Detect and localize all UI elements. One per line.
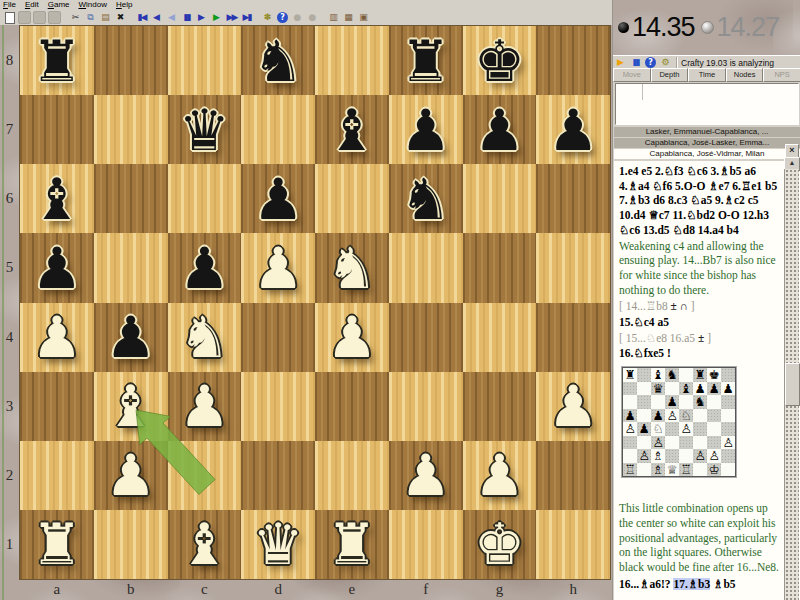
file-label-g: g — [463, 581, 537, 598]
current-move[interactable]: 17.♗b3 — [673, 578, 710, 590]
square-b4: ♟ — [637, 422, 651, 436]
notation-line-3[interactable]: 15.♘c4 a5 — [619, 315, 782, 330]
stop-icon[interactable]: ● — [305, 11, 320, 24]
file-label-f: f — [389, 581, 463, 598]
square-b7[interactable] — [94, 95, 168, 164]
white-pawn-g2: ♙ — [708, 449, 719, 463]
notation-line-8[interactable]: 16...♗a6!? 17.♗b3 ♗b5 — [619, 577, 782, 592]
square-c2[interactable] — [168, 441, 242, 510]
black-bishop-e7[interactable]: ♝ — [326, 97, 377, 163]
black-rook-a8: ♜ — [624, 368, 635, 382]
square-h5 — [721, 409, 735, 423]
file-label-h: h — [536, 581, 610, 598]
hint-icon[interactable]: ● — [290, 11, 305, 24]
square-a1[interactable]: ♜ — [20, 510, 94, 579]
square-e3 — [679, 436, 693, 450]
square-e6[interactable] — [315, 164, 389, 233]
square-f6[interactable]: ♞ — [389, 164, 463, 233]
notation-line-2[interactable]: [ 14...♖b8 ± ∩ ] — [619, 299, 782, 314]
square-e1: ♖ — [679, 463, 693, 477]
help-icon[interactable]: ? — [275, 11, 290, 24]
notation-line-7[interactable]: This little combination opens up the cen… — [619, 501, 782, 575]
black-rook-a8[interactable]: ♜ — [31, 28, 82, 94]
square-d1[interactable]: ♛ — [241, 510, 315, 579]
book-window-icon[interactable]: ▥ — [326, 11, 341, 24]
square-a8: ♜ — [623, 368, 637, 382]
square-e8[interactable] — [315, 26, 389, 95]
file-label-d: d — [241, 581, 315, 598]
engine-column-nps[interactable]: NPS — [763, 68, 800, 82]
white-pawn-f2: ♙ — [694, 449, 705, 463]
black-pawn-f7: ♟ — [694, 382, 705, 396]
black-pawn-g7: ♟ — [708, 382, 719, 396]
square-a6 — [623, 395, 637, 409]
black-rook-f8: ♜ — [694, 368, 705, 382]
rank-label-5: 5 — [0, 233, 19, 302]
square-f6: ♞ — [693, 395, 707, 409]
square-g5[interactable] — [463, 233, 537, 302]
white-pawn-d5: ♙ — [666, 409, 677, 423]
black-pawn-f7[interactable]: ♟ — [400, 97, 451, 163]
open-icon[interactable] — [17, 11, 32, 24]
square-a6[interactable]: ♝ — [20, 164, 94, 233]
file-labels: abcdefgh — [20, 581, 610, 600]
close-icon[interactable]: × — [785, 144, 799, 158]
white-pawn-h3[interactable]: ♟ — [548, 373, 599, 439]
square-g8: ♚ — [707, 368, 721, 382]
square-b2: ♙ — [637, 449, 651, 463]
white-bishop-c1: ♗ — [652, 463, 663, 477]
white-clock-time: 14.27 — [717, 12, 780, 43]
white-rook-a1[interactable]: ♜ — [31, 511, 82, 577]
square-h7: ♟ — [721, 382, 735, 396]
square-c7[interactable]: ♛ — [168, 95, 242, 164]
notation-panel[interactable]: 1.e4 e5 2.♘f3 ♘c6 3.♗b5 a6 4.♗a4 ♘f6 5.O… — [614, 161, 800, 600]
engine-column-move[interactable]: Move — [613, 68, 651, 82]
white-king-g1[interactable]: ♚ — [474, 511, 525, 577]
game-list-item-0[interactable]: Lasker, Emmanuel-Capablanca, ... — [614, 127, 800, 137]
square-a2 — [623, 449, 637, 463]
square-c4[interactable]: ♞ — [168, 303, 242, 372]
white-pawn-c3[interactable]: ♟ — [179, 373, 230, 439]
white-king-g1: ♔ — [708, 463, 719, 477]
separator — [676, 57, 678, 68]
white-knight-c4[interactable]: ♞ — [179, 304, 230, 370]
black-pawn-h7[interactable]: ♟ — [548, 97, 599, 163]
square-c5: ♟ — [651, 409, 665, 423]
square-e3[interactable] — [315, 372, 389, 441]
square-g4 — [707, 422, 721, 436]
white-bishop-c2: ♗ — [652, 449, 663, 463]
square-g6 — [707, 395, 721, 409]
new-document-icon[interactable] — [2, 11, 17, 24]
square-h6 — [721, 395, 735, 409]
square-e2 — [679, 449, 693, 463]
game-list-item-2[interactable]: Capablanca, José-Vidmar, Milan — [614, 149, 800, 159]
white-bishop-c1[interactable]: ♝ — [179, 511, 230, 577]
square-f2[interactable]: ♟ — [389, 441, 463, 510]
black-clock-icon — [618, 22, 629, 33]
square-g8[interactable]: ♚ — [463, 26, 537, 95]
square-c1[interactable]: ♝ — [168, 510, 242, 579]
square-c8: ♝ — [651, 368, 665, 382]
black-bishop-e7: ♝ — [680, 382, 691, 396]
white-pawn-b2: ♙ — [638, 449, 649, 463]
rank-label-1: 1 — [0, 510, 19, 579]
square-a8[interactable]: ♜ — [20, 26, 94, 95]
square-f8: ♜ — [693, 368, 707, 382]
white-pawn-c3: ♙ — [652, 436, 663, 450]
square-d6: ♟ — [665, 395, 679, 409]
square-d4[interactable] — [241, 303, 315, 372]
black-knight-d8[interactable]: ♞ — [253, 28, 304, 94]
square-b2[interactable]: ♟ — [94, 441, 168, 510]
copy-icon[interactable]: ⧉ — [83, 11, 98, 24]
square-a5[interactable]: ♟ — [20, 233, 94, 302]
square-d5[interactable]: ♟ — [241, 233, 315, 302]
black-pawn-c5[interactable]: ♟ — [179, 235, 230, 301]
game-list-item-1[interactable]: Capablanca, José-Lasker, Emma... — [614, 138, 800, 148]
square-g1: ♔ — [707, 463, 721, 477]
annotation-diagram: ♜♝♞♜♚♛♝♟♟♟♟♞♟♟♙♘♙♟♘♙♙♙♙♗♙♙♖♗♕♖♔ — [622, 367, 736, 477]
rank-labels: 87654321 — [0, 26, 19, 579]
white-bishop-b3[interactable]: ♝ — [105, 373, 156, 439]
square-f7[interactable]: ♟ — [389, 95, 463, 164]
black-pawn-g7[interactable]: ♟ — [474, 97, 525, 163]
white-pawn-h3: ♙ — [722, 436, 733, 450]
black-pawn-d6: ♟ — [666, 395, 677, 409]
square-d2 — [665, 449, 679, 463]
blob-glyph — [48, 11, 61, 24]
notation-scrollbar[interactable] — [784, 169, 799, 600]
white-rook-e1: ♖ — [680, 463, 691, 477]
fast-forward-icon[interactable]: ▶▶ — [224, 11, 239, 24]
clock-display: 14.35 14.27 — [613, 0, 800, 55]
square-e8 — [679, 368, 693, 382]
notation-line-0[interactable]: 1.e4 e5 2.♘f3 ♘c6 3.♗b5 a6 4.♗a4 ♘f6 5.O… — [619, 164, 782, 238]
white-queen-d1[interactable]: ♛ — [253, 511, 304, 577]
engine-columns: MoveDepthTimeNodesNPS — [613, 68, 800, 82]
menu-edit[interactable]: Edit — [25, 0, 39, 10]
file-label-b: b — [94, 581, 168, 598]
square-b1 — [637, 463, 651, 477]
square-b6 — [637, 395, 651, 409]
black-pawn-a5[interactable]: ♟ — [31, 235, 82, 301]
delete-icon[interactable]: ✖ — [113, 11, 128, 24]
square-f8[interactable]: ♜ — [389, 26, 463, 95]
black-king-g8: ♚ — [708, 368, 719, 382]
square-c6[interactable] — [168, 164, 242, 233]
cut-icon[interactable]: ✂ — [68, 11, 83, 24]
square-h4[interactable] — [536, 303, 610, 372]
square-f5 — [693, 409, 707, 423]
square-c3[interactable]: ♟ — [168, 372, 242, 441]
square-e5[interactable]: ♞ — [315, 233, 389, 302]
square-b8 — [637, 368, 651, 382]
black-queen-c7: ♛ — [652, 382, 663, 396]
engine-column-nodes[interactable]: Nodes — [726, 68, 764, 82]
square-e6 — [679, 395, 693, 409]
paste-icon[interactable]: ▤ — [98, 11, 113, 24]
white-pawn-g2[interactable]: ♟ — [474, 442, 525, 508]
white-pawn-a4[interactable]: ♟ — [31, 304, 82, 370]
square-c6 — [651, 395, 665, 409]
square-c5[interactable]: ♟ — [168, 233, 242, 302]
black-rook-f8[interactable]: ♜ — [400, 28, 451, 94]
black-pawn-c5: ♟ — [652, 409, 663, 423]
square-e4[interactable]: ♟ — [315, 303, 389, 372]
square-f3 — [693, 436, 707, 450]
engine-icon[interactable]: ✽ — [260, 11, 275, 24]
white-rook-a1: ♖ — [624, 463, 635, 477]
main-toolbar: ✂⧉▤✖▮◀◀◀▮▮▶▶▶▶▶▮✽?●●▥▦▣ — [0, 10, 614, 26]
square-c8[interactable] — [168, 26, 242, 95]
game-list: Lasker, Emmanuel-Capablanca, ...Capablan… — [614, 127, 800, 161]
menu-help[interactable]: Help — [116, 0, 132, 10]
square-a2[interactable] — [20, 441, 94, 510]
chess-board[interactable]: ♜♞♜♚♛♝♟♟♟♝♟♞♟♟♟♞♟♟♞♟♝♟♟♟♟♟♜♝♛♜♚ — [20, 26, 610, 579]
square-e7: ♝ — [679, 382, 693, 396]
square-h2 — [721, 449, 735, 463]
square-b3[interactable]: ♝ — [94, 372, 168, 441]
square-g6[interactable] — [463, 164, 537, 233]
black-knight-d8: ♞ — [666, 368, 677, 382]
square-g3 — [707, 436, 721, 450]
square-c3: ♙ — [651, 436, 665, 450]
rank-label-4: 4 — [0, 303, 19, 372]
blob-glyph — [18, 11, 31, 24]
white-queen-d1: ♕ — [666, 463, 677, 477]
square-h4 — [721, 422, 735, 436]
square-h1[interactable] — [536, 510, 610, 579]
square-a3 — [623, 436, 637, 450]
square-b4[interactable]: ♟ — [94, 303, 168, 372]
square-c1: ♗ — [651, 463, 665, 477]
rank-label-3: 3 — [0, 372, 19, 441]
white-pawn-f2[interactable]: ♟ — [400, 442, 451, 508]
notation-line-5[interactable]: 16.♘fxe5 ! — [619, 346, 782, 361]
square-f1[interactable] — [389, 510, 463, 579]
square-d4 — [665, 422, 679, 436]
square-c4: ♘ — [651, 422, 665, 436]
square-a3[interactable] — [20, 372, 94, 441]
last-move-icon[interactable]: ▶▮ — [239, 11, 254, 24]
square-h8 — [721, 368, 735, 382]
white-pawn-a4: ♙ — [624, 422, 635, 436]
square-b7 — [637, 382, 651, 396]
black-knight-f6: ♞ — [694, 395, 705, 409]
white-pawn-d5[interactable]: ♟ — [253, 235, 304, 301]
next-move-icon[interactable]: ▶ — [194, 11, 209, 24]
square-f4[interactable] — [389, 303, 463, 372]
square-h3[interactable]: ♟ — [536, 372, 610, 441]
square-f1 — [693, 463, 707, 477]
square-e4: ♙ — [679, 422, 693, 436]
engine-status: Crafty 19.03 is analyzing — [681, 58, 774, 68]
white-pawn-b2[interactable]: ♟ — [105, 442, 156, 508]
first-move-icon[interactable]: ▮◀ — [134, 11, 149, 24]
column-divider — [642, 84, 643, 100]
square-d2[interactable] — [241, 441, 315, 510]
black-pawn-a5: ♟ — [624, 409, 635, 423]
white-knight-e5: ♘ — [680, 409, 691, 423]
board-area: 87654321 ♜♞♜♚♛♝♟♟♟♝♟♞♟♟♟♞♟♟♞♟♝♟♟♟♟♟♜♝♛♜♚… — [0, 25, 612, 600]
white-pawn-e4: ♙ — [680, 422, 691, 436]
square-h5[interactable] — [536, 233, 610, 302]
square-h1 — [721, 463, 735, 477]
square-g3[interactable] — [463, 372, 537, 441]
properties-window-icon[interactable]: ▣ — [356, 11, 371, 24]
square-f3[interactable] — [389, 372, 463, 441]
menu-game[interactable]: Game — [48, 0, 70, 10]
square-f7: ♟ — [693, 382, 707, 396]
menu-window[interactable]: Window — [79, 0, 107, 10]
rank-label-7: 7 — [0, 95, 19, 164]
white-rook-e1[interactable]: ♜ — [326, 511, 377, 577]
square-b8[interactable] — [94, 26, 168, 95]
black-pawn-h7: ♟ — [722, 382, 733, 396]
square-a4: ♙ — [623, 422, 637, 436]
square-a7 — [623, 382, 637, 396]
right-panel: 14.35 14.27 ▶▮▮?⚙ Crafty 19.03 is analyz… — [612, 0, 800, 600]
square-g2: ♙ — [707, 449, 721, 463]
square-g4[interactable] — [463, 303, 537, 372]
square-d7[interactable] — [241, 95, 315, 164]
square-e5: ♘ — [679, 409, 693, 423]
square-g1[interactable]: ♚ — [463, 510, 537, 579]
prev-move-icon[interactable]: ◀ — [149, 11, 164, 24]
square-f4 — [693, 422, 707, 436]
rank-label-8: 8 — [0, 26, 19, 95]
square-h6[interactable] — [536, 164, 610, 233]
square-g7[interactable]: ♟ — [463, 95, 537, 164]
chess-application-window: FileEditGameWindowHelp ✂⧉▤✖▮◀◀◀▮▮▶▶▶▶▶▮✽… — [0, 0, 800, 600]
square-a1: ♖ — [623, 463, 637, 477]
square-d5: ♙ — [665, 409, 679, 423]
square-h2[interactable] — [536, 441, 610, 510]
square-b5[interactable] — [94, 233, 168, 302]
engine-column-time[interactable]: Time — [688, 68, 726, 82]
square-d8[interactable]: ♞ — [241, 26, 315, 95]
square-d1: ♕ — [665, 463, 679, 477]
square-g5 — [707, 409, 721, 423]
square-a4[interactable]: ♟ — [20, 303, 94, 372]
file-label-a: a — [20, 581, 94, 598]
white-knight-c4: ♘ — [652, 422, 663, 436]
square-d6[interactable]: ♟ — [241, 164, 315, 233]
pause-icon[interactable]: ▮▮ — [179, 11, 194, 24]
rank-label-6: 6 — [0, 164, 19, 233]
rank-label-2: 2 — [0, 441, 19, 510]
square-d7 — [665, 382, 679, 396]
square-f2: ♙ — [693, 449, 707, 463]
black-clock-time: 14.35 — [632, 12, 695, 43]
square-b5 — [637, 409, 651, 423]
white-knight-e5[interactable]: ♞ — [326, 235, 377, 301]
square-c2: ♗ — [651, 449, 665, 463]
square-f5[interactable] — [389, 233, 463, 302]
square-d3[interactable] — [241, 372, 315, 441]
square-h3: ♙ — [721, 436, 735, 450]
square-c7: ♛ — [651, 382, 665, 396]
back-variation-icon[interactable]: ◀ — [164, 11, 179, 24]
square-a5: ♟ — [623, 409, 637, 423]
black-knight-f6[interactable]: ♞ — [400, 166, 451, 232]
notation-line-1[interactable]: Weakening c4 and allowing the ensuing pl… — [619, 239, 782, 298]
black-bishop-c8: ♝ — [652, 368, 663, 382]
engine-column-depth[interactable]: Depth — [651, 68, 689, 82]
square-a7[interactable] — [20, 95, 94, 164]
menu-bar: FileEditGameWindowHelp — [0, 0, 615, 10]
file-label-c: c — [168, 581, 242, 598]
square-b3 — [637, 436, 651, 450]
square-h8[interactable] — [536, 26, 610, 95]
save-icon[interactable] — [32, 11, 47, 24]
square-g2[interactable]: ♟ — [463, 441, 537, 510]
square-h7[interactable]: ♟ — [536, 95, 610, 164]
white-clock-icon — [701, 21, 714, 34]
white-pawn-e4[interactable]: ♟ — [326, 304, 377, 370]
square-g7: ♟ — [707, 382, 721, 396]
square-e1[interactable]: ♜ — [315, 510, 389, 579]
black-queen-c7[interactable]: ♛ — [179, 97, 230, 163]
black-pawn-b4[interactable]: ♟ — [105, 304, 156, 370]
square-d8: ♞ — [665, 368, 679, 382]
autoplay-icon[interactable]: ▶ — [209, 11, 224, 24]
square-d3 — [665, 436, 679, 450]
square-e7[interactable]: ♝ — [315, 95, 389, 164]
square-b1[interactable] — [94, 510, 168, 579]
engine-output-list — [615, 83, 799, 125]
menu-file[interactable]: File — [3, 0, 16, 10]
scrollbar-thumb[interactable] — [785, 363, 800, 406]
page-glyph — [5, 12, 15, 24]
notation-line-4[interactable]: [ 15...♘e8 16.a5 ± ] — [619, 331, 782, 346]
file-label-e: e — [315, 581, 389, 598]
black-bishop-a6[interactable]: ♝ — [31, 166, 82, 232]
black-king-g8[interactable]: ♚ — [474, 28, 525, 94]
square-e2[interactable] — [315, 441, 389, 510]
square-b6[interactable] — [94, 164, 168, 233]
blob-glyph — [33, 11, 46, 24]
notation-window-icon[interactable]: ▦ — [341, 11, 356, 24]
print-icon[interactable] — [47, 11, 62, 24]
black-pawn-b4: ♟ — [638, 422, 649, 436]
black-pawn-d6[interactable]: ♟ — [253, 166, 304, 232]
